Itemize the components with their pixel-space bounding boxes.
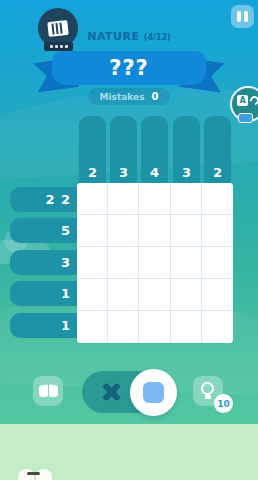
col-clue-5: 2 xyxy=(204,116,231,183)
level-book-progress-banner xyxy=(44,42,73,51)
pause-icon xyxy=(237,11,241,22)
row-clue-2: 5 xyxy=(10,218,77,243)
letter-tile-icon: A xyxy=(237,95,248,106)
grid-cell[interactable] xyxy=(108,279,139,311)
bulb-base xyxy=(205,395,211,399)
grid-cell[interactable] xyxy=(77,311,108,343)
grid-cell[interactable] xyxy=(77,183,108,215)
progress-pip xyxy=(65,45,68,48)
grid-cell[interactable] xyxy=(171,183,202,215)
grid-cell[interactable] xyxy=(77,279,108,311)
grid-cell[interactable] xyxy=(171,215,202,247)
progress-pip xyxy=(60,45,63,48)
grid-cell[interactable] xyxy=(202,215,233,247)
col-clue-4: 3 xyxy=(173,116,200,183)
mistakes-label: Mistakes xyxy=(100,92,145,102)
mistakes-counter: Mistakes 0 xyxy=(88,88,170,105)
swap-arrow-icon xyxy=(248,94,258,107)
puzzle-title-ribbon: ??? xyxy=(52,51,206,85)
grid-cell[interactable] xyxy=(139,183,170,215)
pause-icon xyxy=(244,11,248,22)
open-book-icon xyxy=(39,385,58,397)
grid-cell[interactable] xyxy=(139,215,170,247)
grid-cell[interactable] xyxy=(202,247,233,279)
grid-cell[interactable] xyxy=(171,311,202,343)
grid-cell[interactable] xyxy=(171,279,202,311)
alt-game-badge xyxy=(238,113,253,123)
decoration-line xyxy=(27,472,40,475)
pause-button[interactable] xyxy=(231,5,254,28)
grid-cell[interactable] xyxy=(171,247,202,279)
grid-cell[interactable] xyxy=(202,279,233,311)
fill-square-icon xyxy=(143,382,164,403)
game-screen: NATURE (4/12) ??? Mistakes 0 A 2 3 4 3 2… xyxy=(0,0,258,480)
category-name: NATURE xyxy=(87,30,139,43)
grid-cell[interactable] xyxy=(202,183,233,215)
mistakes-value: 0 xyxy=(152,91,159,102)
grid-cell[interactable] xyxy=(77,247,108,279)
category-progress: (4/12) xyxy=(144,33,171,42)
progress-pip xyxy=(50,45,53,48)
bottom-decoration xyxy=(18,471,54,480)
hint-count-badge: 10 xyxy=(214,394,233,413)
grid-cell[interactable] xyxy=(108,183,139,215)
grid-cell[interactable] xyxy=(139,311,170,343)
bulb-globe xyxy=(201,382,214,395)
decoration-bump xyxy=(36,469,52,480)
row-clue-5: 1 xyxy=(10,313,77,338)
col-clue-1: 2 xyxy=(79,116,106,183)
grid-cell[interactable] xyxy=(108,247,139,279)
grid-cell[interactable] xyxy=(108,215,139,247)
grid-cell[interactable] xyxy=(202,311,233,343)
lightbulb-icon xyxy=(201,382,215,400)
fill-tool-button-active[interactable] xyxy=(130,369,177,416)
row-clue-4: 1 xyxy=(10,281,77,306)
category-title: NATURE (4/12) xyxy=(0,30,258,43)
mark-x-tool-button[interactable] xyxy=(93,374,129,410)
grid-cell[interactable] xyxy=(139,279,170,311)
grid-cell[interactable] xyxy=(77,215,108,247)
decoration-bump xyxy=(18,469,34,480)
col-clue-2: 3 xyxy=(110,116,137,183)
grid-cell[interactable] xyxy=(139,247,170,279)
puzzle-title: ??? xyxy=(109,56,149,80)
grid-cell[interactable] xyxy=(108,311,139,343)
col-clue-3: 4 xyxy=(141,116,168,183)
tutorial-book-button[interactable] xyxy=(33,376,63,406)
row-clue-1: 2 2 xyxy=(10,187,77,212)
progress-pip xyxy=(55,45,58,48)
row-clue-3: 3 xyxy=(10,250,77,275)
nonogram-grid xyxy=(77,183,233,343)
